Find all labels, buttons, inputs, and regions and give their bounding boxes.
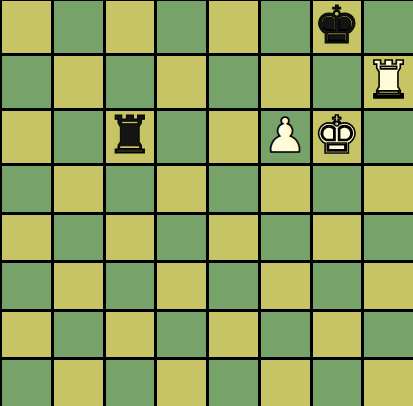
square-g7[interactable] — [313, 56, 362, 108]
square-a4[interactable] — [2, 215, 51, 261]
square-b7[interactable] — [54, 56, 103, 108]
square-h7[interactable]: ♜ — [364, 56, 413, 108]
square-g1[interactable] — [313, 360, 362, 406]
square-g5[interactable] — [313, 166, 362, 212]
square-b1[interactable] — [54, 360, 103, 406]
chess-board-frame: ♚♜♜♟♚ — [0, 0, 413, 406]
square-b6[interactable] — [54, 111, 103, 163]
square-f5[interactable] — [261, 166, 310, 212]
square-c7[interactable] — [106, 56, 155, 108]
square-d3[interactable] — [157, 263, 206, 309]
square-h2[interactable] — [364, 312, 413, 358]
square-f2[interactable] — [261, 312, 310, 358]
square-g2[interactable] — [313, 312, 362, 358]
square-d6[interactable] — [157, 111, 206, 163]
square-b3[interactable] — [54, 263, 103, 309]
square-c6[interactable]: ♜ — [106, 111, 155, 163]
square-e8[interactable] — [209, 1, 258, 53]
piece-black-king[interactable]: ♚ — [314, 0, 361, 51]
square-e5[interactable] — [209, 166, 258, 212]
square-d8[interactable] — [157, 1, 206, 53]
square-f4[interactable] — [261, 215, 310, 261]
piece-black-rook[interactable]: ♜ — [107, 109, 154, 161]
square-f1[interactable] — [261, 360, 310, 406]
square-f3[interactable] — [261, 263, 310, 309]
square-a3[interactable] — [2, 263, 51, 309]
square-a2[interactable] — [2, 312, 51, 358]
square-g6[interactable]: ♚ — [313, 111, 362, 163]
square-f6[interactable]: ♟ — [261, 111, 310, 163]
square-h8[interactable] — [364, 1, 413, 53]
square-h1[interactable] — [364, 360, 413, 406]
square-c8[interactable] — [106, 1, 155, 53]
square-c5[interactable] — [106, 166, 155, 212]
square-h5[interactable] — [364, 166, 413, 212]
square-h3[interactable] — [364, 263, 413, 309]
square-a1[interactable] — [2, 360, 51, 406]
square-a7[interactable] — [2, 56, 51, 108]
piece-white-rook[interactable]: ♜ — [365, 54, 412, 106]
square-b5[interactable] — [54, 166, 103, 212]
square-e1[interactable] — [209, 360, 258, 406]
square-a6[interactable] — [2, 111, 51, 163]
square-h4[interactable] — [364, 215, 413, 261]
square-a5[interactable] — [2, 166, 51, 212]
square-b4[interactable] — [54, 215, 103, 261]
square-f8[interactable] — [261, 1, 310, 53]
square-g8[interactable]: ♚ — [313, 1, 362, 53]
square-e4[interactable] — [209, 215, 258, 261]
square-h6[interactable] — [364, 111, 413, 163]
piece-white-king[interactable]: ♚ — [314, 109, 361, 161]
chess-board: ♚♜♜♟♚ — [2, 1, 413, 406]
square-e2[interactable] — [209, 312, 258, 358]
square-c1[interactable] — [106, 360, 155, 406]
square-e3[interactable] — [209, 263, 258, 309]
square-d2[interactable] — [157, 312, 206, 358]
square-d7[interactable] — [157, 56, 206, 108]
square-f7[interactable] — [261, 56, 310, 108]
square-b2[interactable] — [54, 312, 103, 358]
square-g4[interactable] — [313, 215, 362, 261]
square-e7[interactable] — [209, 56, 258, 108]
square-c4[interactable] — [106, 215, 155, 261]
piece-white-pawn[interactable]: ♟ — [264, 111, 307, 159]
square-g3[interactable] — [313, 263, 362, 309]
square-d5[interactable] — [157, 166, 206, 212]
square-c3[interactable] — [106, 263, 155, 309]
square-a8[interactable] — [2, 1, 51, 53]
square-e6[interactable] — [209, 111, 258, 163]
square-d1[interactable] — [157, 360, 206, 406]
square-c2[interactable] — [106, 312, 155, 358]
square-b8[interactable] — [54, 1, 103, 53]
square-d4[interactable] — [157, 215, 206, 261]
